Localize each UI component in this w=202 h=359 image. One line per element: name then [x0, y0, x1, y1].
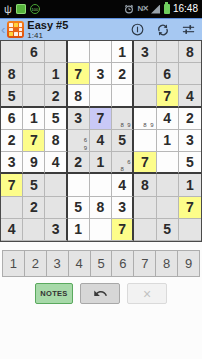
cell-r9c2[interactable]: [23, 219, 45, 241]
cell-digit: 2: [74, 154, 82, 170]
cell-digit: 9: [30, 154, 38, 170]
cell-r7c4[interactable]: [68, 174, 90, 196]
cell-digit: 7: [97, 110, 105, 126]
green-app-icon: [16, 4, 26, 14]
cell-digit: 1: [97, 154, 105, 170]
cell-r2c2[interactable]: [23, 63, 45, 85]
cell-r6c3[interactable]: 4: [45, 152, 67, 174]
cell-r6c1[interactable]: 3: [1, 152, 23, 174]
game-timer: 1:41: [27, 31, 68, 40]
cell-digit: 4: [118, 177, 126, 193]
cell-digit: 3: [8, 154, 16, 170]
cell-r5c9[interactable]: 3: [179, 130, 201, 152]
cell-digit: 6: [30, 44, 38, 60]
cell-r6c2[interactable]: 9: [23, 152, 45, 174]
title-block: Easy #5 1:41: [27, 20, 68, 40]
cell-digit: 4: [52, 154, 60, 170]
app-icon[interactable]: [7, 21, 24, 38]
cell-r9c3[interactable]: 3: [45, 219, 67, 241]
cell-r1c3[interactable]: [45, 41, 67, 63]
cell-r1c7[interactable]: 3: [134, 41, 156, 63]
cell-r9c9[interactable]: [179, 219, 201, 241]
cell-digit: 7: [186, 199, 194, 215]
cell-r3c2[interactable]: [23, 85, 45, 107]
status-bar-right: N✕ 16:48: [124, 4, 198, 14]
cell-r2c5[interactable]: 3: [90, 63, 112, 85]
cell-r3c8[interactable]: 7: [157, 85, 179, 107]
cell-r5c6[interactable]: 5: [112, 130, 134, 152]
cell-digit: 3: [74, 110, 82, 126]
cell-r7c6[interactable]: 4: [112, 174, 134, 196]
cell-r4c7[interactable]: 89: [134, 108, 156, 130]
numpad-button-2[interactable]: 2: [24, 250, 47, 277]
no-sim-icon: N✕: [137, 5, 147, 13]
cell-digit: 7: [74, 66, 82, 82]
cell-r2c9[interactable]: [179, 63, 201, 85]
cell-r6c7[interactable]: 7: [134, 152, 156, 174]
cell-digit: 5: [163, 221, 171, 237]
cell-digit: 2: [30, 199, 38, 215]
cell-digit: 3: [97, 66, 105, 82]
numpad-button-7[interactable]: 7: [133, 250, 156, 277]
cell-r9c6[interactable]: 7: [112, 219, 134, 241]
cell-digit: 5: [8, 88, 16, 104]
page-title: Easy #5: [27, 20, 68, 31]
cell-digit: 4: [163, 110, 171, 126]
cell-r2c3[interactable]: 1: [45, 63, 67, 85]
cell-r2c8[interactable]: 6: [157, 63, 179, 85]
cell-r5c3[interactable]: 8: [45, 130, 67, 152]
cell-digit: 4: [97, 132, 105, 148]
cell-r1c1[interactable]: [1, 41, 23, 63]
cell-digit: 5: [74, 199, 82, 215]
cell-digit: 6: [8, 110, 16, 126]
cell-r4c4[interactable]: 3: [68, 108, 90, 130]
notes-button[interactable]: NOTES: [35, 283, 73, 304]
cell-r5c8[interactable]: 1: [157, 130, 179, 152]
cell-digit: 1: [74, 221, 82, 237]
cell-r3c6[interactable]: [112, 85, 134, 107]
cell-r4c8[interactable]: 4: [157, 108, 179, 130]
usb-icon: ψ: [4, 4, 12, 15]
cell-digit: 8: [141, 177, 149, 193]
cell-r4c5[interactable]: 7: [90, 108, 112, 130]
cell-r8c3[interactable]: [45, 197, 67, 219]
numpad-button-4[interactable]: 4: [68, 250, 91, 277]
cell-digit: 6: [163, 66, 171, 82]
cell-digit: 3: [52, 221, 60, 237]
cell-r4c1[interactable]: 6: [1, 108, 23, 130]
back-chevron-icon[interactable]: ‹: [1, 23, 5, 36]
cell-r4c9[interactable]: 2: [179, 108, 201, 130]
cell-digit: 7: [8, 177, 16, 193]
cell-digit: 8: [186, 44, 194, 60]
cell-digit: 7: [118, 221, 126, 237]
cell-r7c3[interactable]: [45, 174, 67, 196]
undo-arrow-icon: [93, 286, 108, 301]
action-bar: ‹ Easy #5 1:41: [0, 18, 202, 40]
cell-digit: 3: [141, 44, 149, 60]
cell-r6c6[interactable]: 68: [112, 152, 134, 174]
cell-r3c3[interactable]: 2: [45, 85, 67, 107]
cell-r1c5[interactable]: [90, 41, 112, 63]
cell-r5c1[interactable]: 2: [1, 130, 23, 152]
cell-r3c4[interactable]: 8: [68, 85, 90, 107]
pencil-notes: 89: [134, 108, 155, 129]
cell-r8c1[interactable]: [1, 197, 23, 219]
numpad-button-9[interactable]: 9: [177, 250, 200, 277]
numpad-button-3[interactable]: 3: [46, 250, 69, 277]
cell-r2c1[interactable]: 8: [1, 63, 23, 85]
cell-r7c2[interactable]: 5: [23, 174, 45, 196]
numpad-button-6[interactable]: 6: [111, 250, 134, 277]
cell-digit: 1: [52, 66, 60, 82]
cell-digit: 2: [52, 88, 60, 104]
restart-icon[interactable]: [155, 22, 171, 38]
cell-r4c6[interactable]: 89: [112, 108, 134, 130]
signal-icon: [151, 5, 160, 14]
sudoku-grid: 6138817326528746153789894227869451339421…: [0, 40, 202, 242]
cell-digit: 1: [186, 177, 194, 193]
cell-digit: 1: [118, 44, 126, 60]
cell-digit: 4: [8, 221, 16, 237]
cell-r8c9[interactable]: 7: [179, 197, 201, 219]
cell-r8c2[interactable]: 2: [23, 197, 45, 219]
number-pad: 123456789: [2, 250, 200, 277]
numpad-button-5[interactable]: 5: [90, 250, 113, 277]
pencil-notes: 68: [112, 152, 132, 172]
cell-digit: 5: [52, 110, 60, 126]
cell-digit: 8: [74, 88, 82, 104]
cell-digit: 5: [186, 154, 194, 170]
cell-digit: 2: [186, 110, 194, 126]
cell-r9c4[interactable]: 1: [68, 219, 90, 241]
cell-r7c1[interactable]: 7: [1, 174, 23, 196]
cell-digit: 2: [118, 66, 126, 82]
cell-r1c4[interactable]: [68, 41, 90, 63]
numpad-button-1[interactable]: 1: [2, 250, 25, 277]
cell-digit: 7: [30, 132, 38, 148]
cell-digit: 7: [141, 154, 149, 170]
cell-r7c7[interactable]: 8: [134, 174, 156, 196]
pencil-notes: 89: [112, 108, 132, 129]
cell-digit: 5: [30, 177, 38, 193]
cell-digit: 3: [118, 199, 126, 215]
cell-r1c2[interactable]: 6: [23, 41, 45, 63]
cell-r5c2[interactable]: 7: [23, 130, 45, 152]
sudoku-app-screen: ψ 100 N✕ 16:48 ‹ Easy #5 1:41: [0, 0, 202, 359]
battery-icon: [164, 4, 170, 14]
cell-r9c8[interactable]: 5: [157, 219, 179, 241]
cell-r4c3[interactable]: 5: [45, 108, 67, 130]
cell-digit: 5: [118, 132, 126, 148]
cell-r2c7[interactable]: [134, 63, 156, 85]
cell-digit: 4: [186, 88, 194, 104]
cell-r6c5[interactable]: 1: [90, 152, 112, 174]
cell-r3c1[interactable]: 5: [1, 85, 23, 107]
cell-digit: 3: [186, 132, 194, 148]
cell-digit: 1: [163, 132, 171, 148]
cell-r1c9[interactable]: 8: [179, 41, 201, 63]
cell-digit: 8: [8, 66, 16, 82]
cell-r3c7[interactable]: [134, 85, 156, 107]
cell-r5c5[interactable]: 4: [90, 130, 112, 152]
undo-button[interactable]: [80, 283, 120, 304]
cell-r3c5[interactable]: [90, 85, 112, 107]
clock-text: 16:48: [173, 4, 198, 14]
cell-r8c7[interactable]: [134, 197, 156, 219]
settings-sliders-icon[interactable]: [181, 22, 196, 37]
cell-r8c6[interactable]: 3: [112, 197, 134, 219]
alarm-icon: [124, 4, 134, 14]
cell-r8c4[interactable]: 5: [68, 197, 90, 219]
cell-r4c2[interactable]: 1: [23, 108, 45, 130]
cell-r1c6[interactable]: 1: [112, 41, 134, 63]
cell-r8c5[interactable]: 8: [90, 197, 112, 219]
cell-digit: 1: [30, 110, 38, 126]
cell-digit: 2: [8, 132, 16, 148]
clear-button[interactable]: ×: [127, 283, 167, 304]
cell-r7c5[interactable]: [90, 174, 112, 196]
cell-r6c8[interactable]: [157, 152, 179, 174]
info-icon[interactable]: [130, 22, 145, 37]
cell-r6c9[interactable]: 5: [179, 152, 201, 174]
cell-r1c8[interactable]: [157, 41, 179, 63]
cell-r5c7[interactable]: [134, 130, 156, 152]
numpad-button-8[interactable]: 8: [155, 250, 178, 277]
cell-r7c9[interactable]: 1: [179, 174, 201, 196]
cell-r8c8[interactable]: [157, 197, 179, 219]
cell-r5c4[interactable]: 69: [68, 130, 90, 152]
cell-r3c9[interactable]: 4: [179, 85, 201, 107]
cell-r9c5[interactable]: [90, 219, 112, 241]
cell-r6c4[interactable]: 2: [68, 152, 90, 174]
cell-r7c8[interactable]: [157, 174, 179, 196]
cell-digit: 8: [52, 132, 60, 148]
cell-r9c7[interactable]: [134, 219, 156, 241]
cell-r2c6[interactable]: 2: [112, 63, 134, 85]
status-bar: ψ 100 N✕ 16:48: [0, 0, 202, 18]
cell-r2c4[interactable]: 7: [68, 63, 90, 85]
controls-row: NOTES ×: [0, 283, 202, 304]
status-bar-left: ψ 100: [4, 4, 40, 15]
cell-r9c1[interactable]: 4: [1, 219, 23, 241]
battery-100-icon: 100: [30, 4, 40, 14]
cell-digit: 8: [97, 199, 105, 215]
cell-digit: 7: [163, 88, 171, 104]
pencil-notes: 69: [68, 130, 89, 151]
